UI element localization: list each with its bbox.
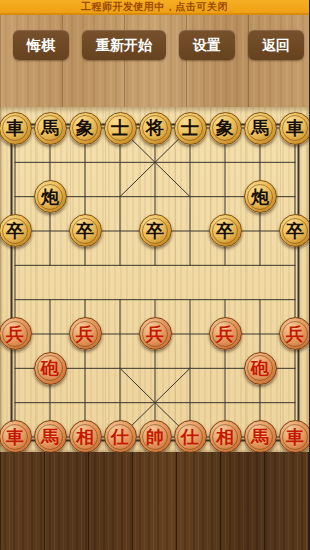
piece-red-advisor[interactable]: 仕 xyxy=(104,420,137,453)
piece-red-soldier[interactable]: 兵 xyxy=(0,317,32,350)
settings-button[interactable]: 设置 xyxy=(179,30,235,60)
floor-background xyxy=(0,452,309,550)
piece-black-horse[interactable]: 馬 xyxy=(244,112,277,145)
piece-red-cannon[interactable]: 砲 xyxy=(244,352,277,385)
piece-black-advisor[interactable]: 士 xyxy=(174,112,207,145)
dev-notice-banner[interactable]: 工程师开发使用中，点击可关闭 xyxy=(0,0,309,15)
piece-red-advisor[interactable]: 仕 xyxy=(174,420,207,453)
piece-black-cannon[interactable]: 炮 xyxy=(244,180,277,213)
piece-black-soldier[interactable]: 卒 xyxy=(139,214,172,247)
restart-button[interactable]: 重新开始 xyxy=(82,30,166,60)
piece-red-chariot[interactable]: 車 xyxy=(0,420,32,453)
piece-black-chariot[interactable]: 車 xyxy=(0,112,32,145)
piece-red-elephant[interactable]: 相 xyxy=(209,420,242,453)
toolbar: 悔棋 重新开始 设置 返回 xyxy=(13,30,309,60)
board-grid-lines xyxy=(0,107,309,452)
app-screen: 工程师开发使用中，点击可关闭 悔棋 重新开始 设置 返回 車馬象士将士象馬車炮炮… xyxy=(0,0,309,550)
piece-red-cannon[interactable]: 砲 xyxy=(34,352,67,385)
back-button[interactable]: 返回 xyxy=(248,30,304,60)
piece-black-cannon[interactable]: 炮 xyxy=(34,180,67,213)
piece-black-chariot[interactable]: 車 xyxy=(279,112,310,145)
piece-black-soldier[interactable]: 卒 xyxy=(69,214,102,247)
piece-red-horse[interactable]: 馬 xyxy=(244,420,277,453)
piece-black-elephant[interactable]: 象 xyxy=(69,112,102,145)
piece-red-soldier[interactable]: 兵 xyxy=(209,317,242,350)
piece-red-soldier[interactable]: 兵 xyxy=(69,317,102,350)
undo-button[interactable]: 悔棋 xyxy=(13,30,69,60)
xiangqi-board[interactable]: 車馬象士将士象馬車炮炮卒卒卒卒卒兵兵兵兵兵砲砲車馬相仕帥仕相馬車 xyxy=(0,107,309,452)
piece-black-elephant[interactable]: 象 xyxy=(209,112,242,145)
piece-black-horse[interactable]: 馬 xyxy=(34,112,67,145)
piece-black-general[interactable]: 将 xyxy=(139,112,172,145)
piece-red-soldier[interactable]: 兵 xyxy=(139,317,172,350)
piece-red-horse[interactable]: 馬 xyxy=(34,420,67,453)
piece-black-soldier[interactable]: 卒 xyxy=(209,214,242,247)
dev-notice-text: 工程师开发使用中，点击可关闭 xyxy=(81,2,228,12)
toolbar-background: 悔棋 重新开始 设置 返回 xyxy=(0,15,309,107)
piece-red-elephant[interactable]: 相 xyxy=(69,420,102,453)
piece-black-soldier[interactable]: 卒 xyxy=(0,214,32,247)
piece-red-general[interactable]: 帥 xyxy=(139,420,172,453)
piece-black-advisor[interactable]: 士 xyxy=(104,112,137,145)
